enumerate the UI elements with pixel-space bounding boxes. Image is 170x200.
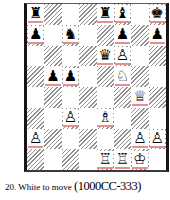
white-knight-piece: ♘ bbox=[115, 68, 130, 86]
white-bishop-piece: ♗ bbox=[97, 109, 112, 127]
white-pawn-piece: ♙ bbox=[28, 130, 43, 148]
square-c7[interactable]: ♞ bbox=[62, 25, 79, 46]
white-queen-piece: ♕ bbox=[132, 88, 147, 106]
black-bishop-piece: ♝ bbox=[115, 5, 130, 23]
white-king-piece: ♔ bbox=[132, 151, 147, 169]
square-e2[interactable] bbox=[97, 129, 114, 150]
square-d6[interactable] bbox=[79, 46, 96, 67]
white-rook-piece: ♖ bbox=[97, 151, 112, 169]
square-g3[interactable] bbox=[131, 108, 148, 129]
square-c3[interactable]: ♙ bbox=[62, 108, 79, 129]
square-g7[interactable] bbox=[131, 25, 148, 46]
square-f1[interactable]: ♖ bbox=[114, 149, 131, 170]
square-a2[interactable]: ♙ bbox=[27, 129, 44, 150]
square-f7[interactable]: ♟ bbox=[114, 25, 131, 46]
square-b3[interactable] bbox=[44, 108, 61, 129]
white-pawn-piece: ♙ bbox=[115, 47, 130, 65]
square-c1[interactable] bbox=[62, 149, 79, 170]
square-h5[interactable] bbox=[149, 66, 166, 87]
square-g2[interactable]: ♙ bbox=[131, 129, 148, 150]
black-rook-piece: ♜ bbox=[97, 5, 112, 23]
square-e8[interactable]: ♜ bbox=[97, 4, 114, 25]
square-b1[interactable] bbox=[44, 149, 61, 170]
square-b6[interactable] bbox=[44, 46, 61, 67]
square-f6[interactable]: ♙ bbox=[114, 46, 131, 67]
square-h4[interactable] bbox=[149, 87, 166, 108]
square-h3[interactable] bbox=[149, 108, 166, 129]
square-d7[interactable] bbox=[79, 25, 96, 46]
square-h6[interactable] bbox=[149, 46, 166, 67]
square-h1[interactable] bbox=[149, 149, 166, 170]
square-a1[interactable] bbox=[27, 149, 44, 170]
square-h7[interactable]: ♟ bbox=[149, 25, 166, 46]
square-f4[interactable] bbox=[114, 87, 131, 108]
diagram-caption: 20. White to move (1000CC-333) bbox=[5, 176, 169, 194]
black-pawn-piece: ♟ bbox=[45, 68, 60, 86]
white-pawn-piece: ♙ bbox=[132, 130, 147, 148]
square-c6[interactable] bbox=[62, 46, 79, 67]
square-g8[interactable] bbox=[131, 4, 148, 25]
caption-reference-code: (1000CC-333) bbox=[74, 179, 141, 193]
square-d5[interactable] bbox=[79, 66, 96, 87]
square-d4[interactable] bbox=[79, 87, 96, 108]
white-rook-piece: ♖ bbox=[115, 151, 130, 169]
square-h2[interactable]: ♙ bbox=[149, 129, 166, 150]
square-g5[interactable] bbox=[131, 66, 148, 87]
square-c8[interactable] bbox=[62, 4, 79, 25]
square-g6[interactable] bbox=[131, 46, 148, 67]
square-b2[interactable] bbox=[44, 129, 61, 150]
square-b8[interactable] bbox=[44, 4, 61, 25]
black-pawn-piece: ♟ bbox=[28, 26, 43, 44]
square-h8[interactable]: ♚ bbox=[149, 4, 166, 25]
square-a4[interactable] bbox=[27, 87, 44, 108]
square-c2[interactable] bbox=[62, 129, 79, 150]
square-e1[interactable]: ♖ bbox=[97, 149, 114, 170]
square-b4[interactable] bbox=[44, 87, 61, 108]
white-pawn-piece: ♙ bbox=[150, 130, 165, 148]
black-pawn-piece: ♟ bbox=[115, 26, 130, 44]
square-c4[interactable] bbox=[62, 87, 79, 108]
square-e7[interactable] bbox=[97, 25, 114, 46]
square-a7[interactable]: ♟ bbox=[27, 25, 44, 46]
black-rook-piece: ♜ bbox=[28, 5, 43, 23]
square-d1[interactable] bbox=[79, 149, 96, 170]
board-frame: ♜♜♝♚♟♞♟♟♛♙♟♟♘♕♙♗♙♙♙♖♖♔ bbox=[24, 3, 169, 172]
square-e4[interactable] bbox=[97, 87, 114, 108]
square-a3[interactable] bbox=[27, 108, 44, 129]
black-queen-piece: ♛ bbox=[97, 47, 112, 65]
square-b5[interactable]: ♟ bbox=[44, 66, 61, 87]
square-c5[interactable]: ♟ bbox=[62, 66, 79, 87]
square-f3[interactable] bbox=[114, 108, 131, 129]
square-a6[interactable] bbox=[27, 46, 44, 67]
square-e6[interactable]: ♛ bbox=[97, 46, 114, 67]
caption-move-text: 20. White to move bbox=[5, 182, 74, 192]
square-g1[interactable]: ♔ bbox=[131, 149, 148, 170]
black-knight-piece: ♞ bbox=[63, 26, 78, 44]
square-d8[interactable] bbox=[79, 4, 96, 25]
black-king-piece: ♚ bbox=[150, 5, 165, 23]
square-f2[interactable] bbox=[114, 129, 131, 150]
black-pawn-piece: ♟ bbox=[63, 68, 78, 86]
square-f8[interactable]: ♝ bbox=[114, 4, 131, 25]
square-d3[interactable] bbox=[79, 108, 96, 129]
square-a8[interactable]: ♜ bbox=[27, 4, 44, 25]
white-pawn-piece: ♙ bbox=[63, 109, 78, 127]
square-g4[interactable]: ♕ bbox=[131, 87, 148, 108]
square-e5[interactable] bbox=[97, 66, 114, 87]
square-e3[interactable]: ♗ bbox=[97, 108, 114, 129]
square-a5[interactable] bbox=[27, 66, 44, 87]
diagram-page: ♜♜♝♚♟♞♟♟♛♙♟♟♘♕♙♗♙♙♙♖♖♔ 20. White to move… bbox=[0, 0, 170, 200]
square-b7[interactable] bbox=[44, 25, 61, 46]
square-f5[interactable]: ♘ bbox=[114, 66, 131, 87]
black-pawn-piece: ♟ bbox=[150, 26, 165, 44]
chess-board: ♜♜♝♚♟♞♟♟♛♙♟♟♘♕♙♗♙♙♙♖♖♔ bbox=[27, 4, 166, 170]
square-d2[interactable] bbox=[79, 129, 96, 150]
